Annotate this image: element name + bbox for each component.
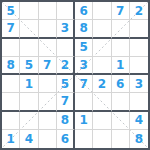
cell-r1c8[interactable]: 2 <box>130 2 148 20</box>
cell-r4c4[interactable]: 2 <box>57 57 75 75</box>
cell-r5c4[interactable]: 5 <box>57 75 75 93</box>
cell-r8c3[interactable] <box>39 130 57 148</box>
cell-r8c7[interactable] <box>112 130 130 148</box>
cell-r3c6[interactable] <box>93 39 111 57</box>
cell-r7c6[interactable] <box>93 112 111 130</box>
cell-r5c8[interactable]: 3 <box>130 75 148 93</box>
cell-r2c4[interactable]: 3 <box>57 20 75 38</box>
cell-r7c4[interactable]: 8 <box>57 112 75 130</box>
cell-r3c5[interactable]: 5 <box>75 39 93 57</box>
cell-r3c1[interactable] <box>2 39 20 57</box>
cell-r3c3[interactable] <box>39 39 57 57</box>
cell-r8c1[interactable]: 1 <box>2 130 20 148</box>
cell-r3c7[interactable] <box>112 39 130 57</box>
cell-r8c6[interactable] <box>93 130 111 148</box>
cell-r4c2[interactable]: 5 <box>20 57 38 75</box>
cell-r1c7[interactable]: 7 <box>112 2 130 20</box>
cell-r1c3[interactable] <box>39 2 57 20</box>
cell-r5c6[interactable]: 2 <box>93 75 111 93</box>
cell-r7c5[interactable]: 1 <box>75 112 93 130</box>
cell-r2c5[interactable]: 8 <box>75 20 93 38</box>
cell-r4c8[interactable] <box>130 57 148 75</box>
cell-r8c5[interactable] <box>75 130 93 148</box>
cell-r6c2[interactable] <box>20 93 38 111</box>
cell-r1c4[interactable] <box>57 2 75 20</box>
cell-r4c5[interactable]: 3 <box>75 57 93 75</box>
cell-r6c6[interactable] <box>93 93 111 111</box>
cell-r5c5[interactable]: 7 <box>75 75 93 93</box>
cell-r8c4[interactable]: 6 <box>57 130 75 148</box>
cell-r2c3[interactable] <box>39 20 57 38</box>
cell-r2c7[interactable] <box>112 20 130 38</box>
cell-r1c6[interactable] <box>93 2 111 20</box>
cell-r1c1[interactable]: 5 <box>2 2 20 20</box>
cell-r1c2[interactable] <box>20 2 38 20</box>
cell-r6c4[interactable]: 7 <box>57 93 75 111</box>
cell-r6c8[interactable] <box>130 93 148 111</box>
cell-r7c2[interactable] <box>20 112 38 130</box>
cell-r6c1[interactable] <box>2 93 20 111</box>
cell-r4c7[interactable]: 1 <box>112 57 130 75</box>
cell-r2c8[interactable] <box>130 20 148 38</box>
cell-r2c2[interactable] <box>20 20 38 38</box>
cell-r5c3[interactable] <box>39 75 57 93</box>
cell-r3c4[interactable] <box>57 39 75 57</box>
cell-r8c8[interactable]: 8 <box>130 130 148 148</box>
cell-r2c1[interactable]: 7 <box>2 20 20 38</box>
sudoku-grid: 5672738585723115726378141468 <box>2 2 148 148</box>
sudoku-board: 5672738585723115726378141468 <box>0 0 150 150</box>
cell-r3c8[interactable] <box>130 39 148 57</box>
cell-r8c2[interactable]: 4 <box>20 130 38 148</box>
cell-r7c3[interactable] <box>39 112 57 130</box>
cell-r2c6[interactable] <box>93 20 111 38</box>
cell-r1c5[interactable]: 6 <box>75 2 93 20</box>
cell-r4c6[interactable] <box>93 57 111 75</box>
cell-r5c7[interactable]: 6 <box>112 75 130 93</box>
cell-r7c8[interactable]: 4 <box>130 112 148 130</box>
cell-r7c7[interactable] <box>112 112 130 130</box>
cell-r5c1[interactable] <box>2 75 20 93</box>
cell-r6c3[interactable] <box>39 93 57 111</box>
cell-r6c5[interactable] <box>75 93 93 111</box>
cell-r4c3[interactable]: 7 <box>39 57 57 75</box>
cell-r3c2[interactable] <box>20 39 38 57</box>
cell-r5c2[interactable]: 1 <box>20 75 38 93</box>
cell-r4c1[interactable]: 8 <box>2 57 20 75</box>
cell-r7c1[interactable] <box>2 112 20 130</box>
cell-r6c7[interactable] <box>112 93 130 111</box>
